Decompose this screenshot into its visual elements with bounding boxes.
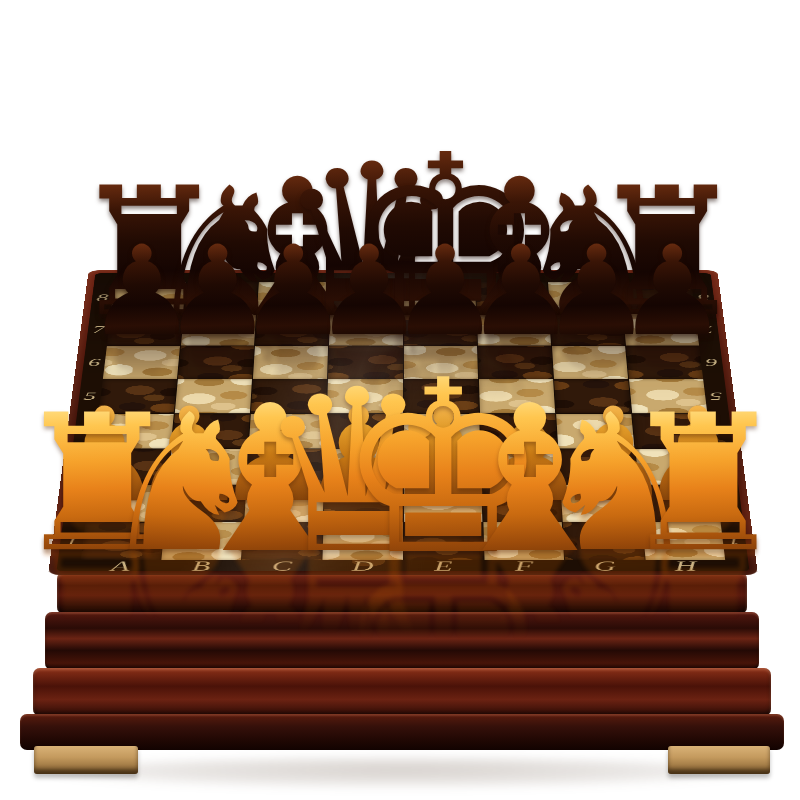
piece-black-pawn-h7[interactable]: ♟ bbox=[611, 230, 735, 354]
case-foot-right bbox=[668, 746, 770, 774]
ground-shadow bbox=[48, 758, 754, 788]
photo-stage: 87654321 87654321 ABCDEFGH ♜♜♞♞♝♝♛♛♚♚♝♝♞… bbox=[0, 0, 800, 800]
piece-white-rook-h1[interactable]: ♜ bbox=[609, 390, 798, 579]
case-foot-left bbox=[34, 746, 138, 774]
